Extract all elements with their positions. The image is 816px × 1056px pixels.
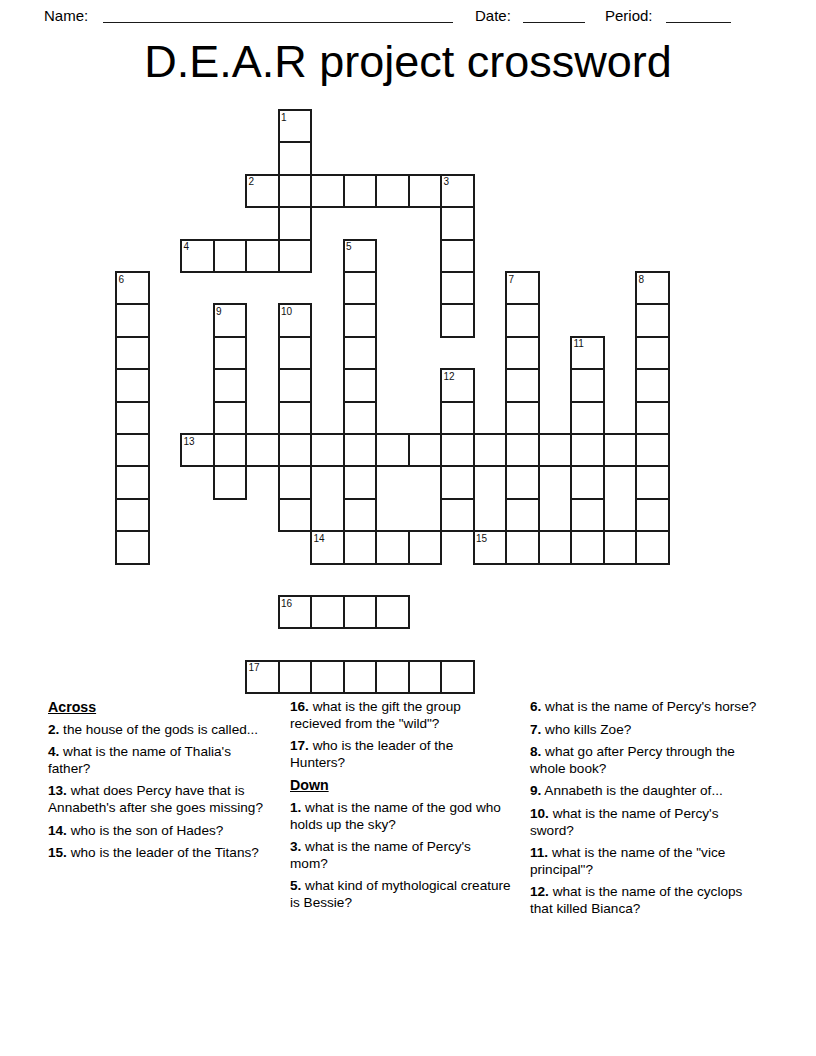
grid-cell-r6c16 <box>635 303 670 337</box>
grid-cell-r9c7 <box>343 401 378 435</box>
grid-cell-r11c10 <box>440 465 475 499</box>
grid-cell-r3c5 <box>278 206 313 240</box>
grid-cell-r8c16 <box>635 368 670 402</box>
grid-cell-r17c9 <box>408 660 443 694</box>
grid-cell-r9c16 <box>635 401 670 435</box>
clue-12-down: 12. what is the name of the cyclops that… <box>530 884 762 917</box>
grid-cell-r4c5 <box>278 239 313 273</box>
grid-cell-r0c5 <box>278 109 313 143</box>
grid-cell-r7c0 <box>115 336 150 370</box>
grid-cell-r15c8 <box>375 595 410 629</box>
grid-cell-r10c9 <box>408 433 443 467</box>
grid-cell-r9c10 <box>440 401 475 435</box>
grid-cell-r2c8 <box>375 174 410 208</box>
grid-cell-r13c11 <box>473 530 508 564</box>
grid-cell-r10c3 <box>213 433 248 467</box>
grid-cell-r4c7 <box>343 239 378 273</box>
grid-cell-r17c10 <box>440 660 475 694</box>
grid-cell-r2c7 <box>343 174 378 208</box>
grid-cell-r13c14 <box>570 530 605 564</box>
grid-cell-r17c4 <box>245 660 280 694</box>
grid-cell-r13c9 <box>408 530 443 564</box>
grid-cell-r10c2 <box>180 433 215 467</box>
grid-cell-r2c5 <box>278 174 313 208</box>
grid-cell-r17c5 <box>278 660 313 694</box>
grid-cell-r10c10 <box>440 433 475 467</box>
grid-cell-r13c6 <box>310 530 345 564</box>
grid-cell-r12c0 <box>115 498 150 532</box>
grid-cell-r11c7 <box>343 465 378 499</box>
grid-cell-r4c10 <box>440 239 475 273</box>
clue-13-across: 13. what does Percy have that is Annabet… <box>48 783 273 816</box>
grid-cell-r7c7 <box>343 336 378 370</box>
clue-10-down: 10. what is the name of Percy's sword? <box>530 806 762 839</box>
down-heading: Down <box>290 777 512 794</box>
grid-cell-r6c12 <box>505 303 540 337</box>
grid-cell-r10c16 <box>635 433 670 467</box>
grid-cell-r12c10 <box>440 498 475 532</box>
grid-cell-r12c7 <box>343 498 378 532</box>
grid-cell-r10c6 <box>310 433 345 467</box>
grid-cell-r5c7 <box>343 271 378 305</box>
grid-cell-r5c16 <box>635 271 670 305</box>
grid-cell-r8c14 <box>570 368 605 402</box>
clue-8-down: 8. what go after Percy through the whole… <box>530 744 762 777</box>
grid-cell-r13c0 <box>115 530 150 564</box>
grid-cell-r8c3 <box>213 368 248 402</box>
clue-9-down: 9. Annabeth is the daughter of... <box>530 783 762 800</box>
grid-cell-r13c8 <box>375 530 410 564</box>
grid-cell-r9c14 <box>570 401 605 435</box>
clues-column-1: Across2. the house of the gods is called… <box>48 699 273 868</box>
grid-cell-r5c10 <box>440 271 475 305</box>
grid-cell-r2c4 <box>245 174 280 208</box>
grid-cell-r8c5 <box>278 368 313 402</box>
grid-cell-r7c3 <box>213 336 248 370</box>
grid-cell-r2c10 <box>440 174 475 208</box>
grid-cell-r10c11 <box>473 433 508 467</box>
grid-cell-r12c16 <box>635 498 670 532</box>
grid-cell-r7c16 <box>635 336 670 370</box>
grid-cell-r5c0 <box>115 271 150 305</box>
grid-cell-r15c6 <box>310 595 345 629</box>
grid-cell-r10c5 <box>278 433 313 467</box>
grid-cell-r3c10 <box>440 206 475 240</box>
grid-cell-r11c16 <box>635 465 670 499</box>
name-label: Name: <box>44 7 88 24</box>
clue-3-down: 3. what is the name of Percy's mom? <box>290 839 512 872</box>
grid-cell-r11c14 <box>570 465 605 499</box>
grid-cell-r7c12 <box>505 336 540 370</box>
grid-cell-r10c14 <box>570 433 605 467</box>
clue-15-across: 15. who is the leader of the Titans? <box>48 845 273 862</box>
grid-cell-r2c6 <box>310 174 345 208</box>
puzzle-title: D.E.A.R project crossword <box>0 36 816 88</box>
grid-cell-r7c5 <box>278 336 313 370</box>
clue-16-across: 16. what is the gift the group recieved … <box>290 699 512 732</box>
grid-cell-r11c5 <box>278 465 313 499</box>
grid-cell-r9c12 <box>505 401 540 435</box>
grid-cell-r13c16 <box>635 530 670 564</box>
grid-cell-r5c12 <box>505 271 540 305</box>
clue-14-across: 14. who is the son of Hades? <box>48 823 273 840</box>
grid-cell-r10c8 <box>375 433 410 467</box>
grid-cell-r13c7 <box>343 530 378 564</box>
name-blank-line <box>103 4 453 23</box>
clue-6-down: 6. what is the name of Percy's horse? <box>530 699 762 716</box>
grid-cell-r10c13 <box>538 433 573 467</box>
clue-2-across: 2. the house of the gods is called... <box>48 722 273 739</box>
grid-cell-r1c5 <box>278 141 313 175</box>
grid-cell-r10c12 <box>505 433 540 467</box>
grid-cell-r6c3 <box>213 303 248 337</box>
grid-cell-r8c12 <box>505 368 540 402</box>
grid-cell-r9c0 <box>115 401 150 435</box>
period-blank-line <box>666 4 731 23</box>
grid-cell-r13c13 <box>538 530 573 564</box>
grid-cell-r11c12 <box>505 465 540 499</box>
grid-cell-r10c0 <box>115 433 150 467</box>
grid-cell-r17c7 <box>343 660 378 694</box>
grid-cell-r10c4 <box>245 433 280 467</box>
grid-cell-r7c14 <box>570 336 605 370</box>
grid-cell-r6c5 <box>278 303 313 337</box>
grid-cell-r12c14 <box>570 498 605 532</box>
grid-cell-r10c7 <box>343 433 378 467</box>
grid-cell-r8c0 <box>115 368 150 402</box>
grid-cell-r6c10 <box>440 303 475 337</box>
grid-cell-r6c7 <box>343 303 378 337</box>
grid-cell-r12c12 <box>505 498 540 532</box>
clues-column-3: 6. what is the name of Percy's horse?7. … <box>530 699 762 924</box>
grid-cell-r4c3 <box>213 239 248 273</box>
period-label: Period: <box>605 7 653 24</box>
clue-17-across: 17. who is the leader of the Hunters? <box>290 738 512 771</box>
grid-cell-r11c3 <box>213 465 248 499</box>
grid-cell-r13c15 <box>603 530 638 564</box>
crossword-grid: 1234567891011121314151617 <box>116 110 669 694</box>
worksheet-header: Name: Date: Period: <box>0 4 816 30</box>
grid-cell-r6c0 <box>115 303 150 337</box>
grid-cell-r8c7 <box>343 368 378 402</box>
grid-cell-r2c9 <box>408 174 443 208</box>
clues-column-2: 16. what is the gift the group recieved … <box>290 699 512 918</box>
clue-7-down: 7. who kills Zoe? <box>530 722 762 739</box>
grid-cell-r11c0 <box>115 465 150 499</box>
grid-cell-r4c4 <box>245 239 280 273</box>
date-label: Date: <box>475 7 511 24</box>
grid-cell-r9c3 <box>213 401 248 435</box>
grid-cell-r10c15 <box>603 433 638 467</box>
clue-11-down: 11. what is the name of the "vice princi… <box>530 845 762 878</box>
worksheet-page: { "game": "crossword", "header": { "name… <box>0 0 816 1056</box>
grid-cell-r17c8 <box>375 660 410 694</box>
grid-cell-r4c2 <box>180 239 215 273</box>
clue-5-down: 5. what kind of mythological creature is… <box>290 878 512 911</box>
grid-cell-r15c5 <box>278 595 313 629</box>
across-heading: Across <box>48 699 273 716</box>
clue-4-across: 4. what is the name of Thalia's father? <box>48 744 273 777</box>
clue-1-down: 1. what is the name of the god who holds… <box>290 800 512 833</box>
grid-cell-r17c6 <box>310 660 345 694</box>
grid-cell-r8c10 <box>440 368 475 402</box>
grid-cell-r9c5 <box>278 401 313 435</box>
grid-cell-r15c7 <box>343 595 378 629</box>
date-blank-line <box>523 4 585 23</box>
grid-cell-r13c12 <box>505 530 540 564</box>
grid-cell-r12c5 <box>278 498 313 532</box>
